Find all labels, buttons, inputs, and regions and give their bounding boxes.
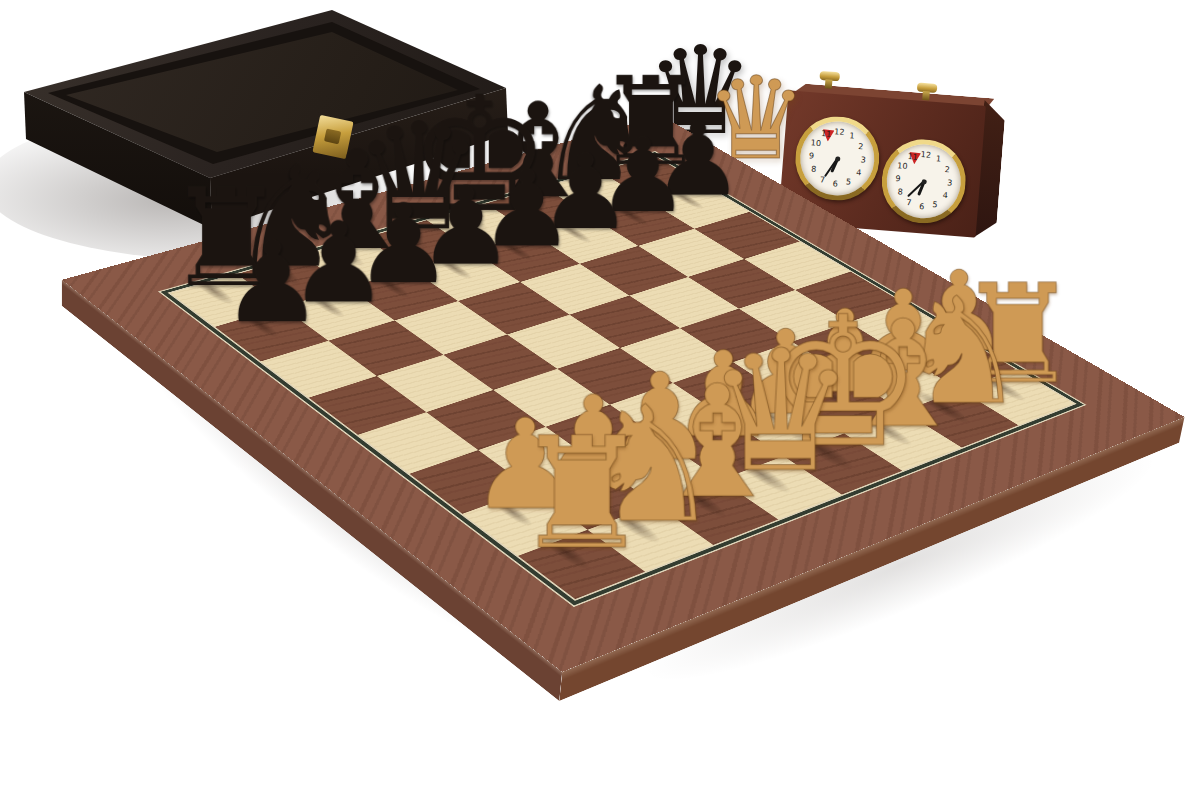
black-pawn-a7: ♟ [215,227,328,334]
white-rook-a1: ♜ [505,419,659,564]
board-scene: ♜♞♝♛♚♝♞♜♟♟♟♟♟♟♟♟♟♟♟♟♟♟♟♟♜♞♝♛♚♝♞♜ [0,0,1200,800]
chessboard: ♜♞♝♛♚♝♞♜♟♟♟♟♟♟♟♟♟♟♟♟♟♟♟♟♜♞♝♛♚♝♞♜ [62,116,1185,672]
chess-set-product-photo: 121234567891011 121234567891011 ♛ ♛ ♜♞♝♛… [0,0,1200,800]
